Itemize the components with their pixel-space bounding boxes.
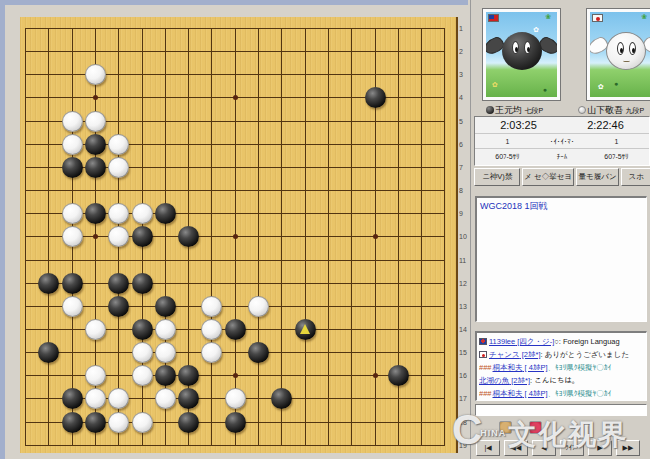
panel-button-2[interactable]: メ セ◇挙セヨ: [522, 168, 573, 186]
nav-button-fast-forward[interactable]: ▶▶: [616, 440, 640, 456]
white-stone: [132, 342, 153, 363]
white-stone: [201, 296, 222, 317]
clock-mid-label2: ﾁｰﾑ: [540, 153, 584, 160]
white-stone: [108, 226, 129, 247]
chat-user-rank[interactable]: [ 4ｶﾎP]: [523, 363, 548, 372]
chat-line: 北湖の魚 [2ｶﾎ*]: こんにちは。: [479, 374, 644, 387]
bush-icon: ●: [543, 86, 547, 93]
avatar-scene: ❀ ✿ ✿ ●: [486, 12, 557, 97]
nav-button-first[interactable]: |◀: [476, 440, 500, 456]
black-stone: [132, 319, 153, 340]
black-stone: [155, 203, 176, 224]
grid-line-v: [48, 28, 49, 446]
chat-line: チャンス [2ｶﾎ*]: ありがとうございました: [479, 348, 644, 361]
clock-mid-label: ･ｲ･ｲ･ﾏ･: [540, 138, 584, 145]
grid-line-v: [328, 28, 329, 446]
taiwan-flag-icon: [488, 14, 499, 22]
flower-icon: ✿: [492, 81, 498, 89]
black-stone: [132, 273, 153, 294]
chat-user-rank[interactable]: [ 4ｶﾎP]: [523, 389, 548, 398]
black-stone: [271, 388, 292, 409]
last-move-triangle-marker: [300, 324, 310, 334]
chat-user-link[interactable]: 桐本和夫: [493, 363, 523, 372]
nav-button-fast-back[interactable]: ◀◀: [504, 440, 528, 456]
black-stone: [38, 273, 59, 294]
clock-panel: 2:03:25 2:22:46 1 ･ｲ･ｲ･ﾏ･ 1 60ﾌ-5ｻﾘ ﾁｰﾑ …: [474, 116, 650, 166]
chat-log[interactable]: 1139lee [四ク・ジ-]○: Foreign Languagチャンス [2…: [475, 331, 647, 401]
grid-line-v: [351, 28, 352, 446]
grid-line-h: [25, 352, 445, 353]
star-point: [233, 373, 238, 378]
panel-button-4[interactable]: スホ: [621, 168, 650, 186]
black-character: [502, 32, 542, 70]
white-stone: [108, 203, 129, 224]
white-stone: [132, 412, 153, 433]
go-client-window: 12345678910111213141516171819 ❀ ✿ ✿ ●: [0, 0, 650, 459]
star-point: [233, 95, 238, 100]
chat-user-rank[interactable]: [四ク・ジ-]: [515, 337, 554, 346]
chat-message-text: ○: Foreign Languag: [554, 337, 619, 346]
flag-icon-kr: [479, 338, 487, 345]
chat-prefix: ###: [479, 389, 492, 398]
board-region: 12345678910111213141516171819: [0, 0, 470, 459]
move-navigation-bar: |◀◀◀◀ﾗｲﾌﾞ▶▶▶: [471, 440, 650, 456]
black-stone: [85, 203, 106, 224]
eye: [629, 42, 636, 55]
black-stone: [38, 342, 59, 363]
star-point: [93, 234, 98, 239]
black-stone-icon: [486, 106, 494, 114]
clover-icon: ❀: [545, 13, 551, 21]
go-board[interactable]: [20, 17, 458, 453]
white-stone: [108, 157, 129, 178]
black-stone: [225, 412, 246, 433]
chat-user-link[interactable]: 北湖の魚: [479, 376, 509, 385]
black-stone: [295, 319, 316, 340]
emoticon-button[interactable]: [499, 421, 512, 434]
white-stone: [155, 388, 176, 409]
eye: [524, 41, 531, 54]
white-stone-icon: [578, 106, 586, 114]
chat-user-link[interactable]: 1139lee: [489, 337, 515, 346]
avatar-scene: ❀ ✿ ✿ ●: [590, 12, 650, 97]
white-stone: [62, 296, 83, 317]
game-info-listbox[interactable]: WGC2018 1回戦: [475, 196, 647, 322]
star-point: [233, 234, 238, 239]
grid-line-v: [421, 28, 422, 446]
window-edge-top: [0, 0, 468, 5]
black-player-avatar: ❀ ✿ ✿ ●: [482, 8, 561, 101]
black-stone: [365, 87, 386, 108]
chat-message-text: : ありがとうございました: [541, 350, 630, 359]
black-stone: [85, 157, 106, 178]
chat-line: ###桐本和夫 [ 4ｶﾎP]、ｷﾖﾘ県ｸ模擬ﾔ〇ｶｲ: [479, 387, 644, 400]
game-title: WGC2018 1回戦: [480, 200, 643, 213]
star-point: [373, 373, 378, 378]
black-stone: [108, 273, 129, 294]
black-stone: [85, 134, 106, 155]
nav-button-live[interactable]: ﾗｲﾌﾞ: [560, 440, 584, 456]
black-stone: [178, 412, 199, 433]
chat-user-rank[interactable]: [2ｶﾎ*]: [509, 376, 530, 385]
white-player-avatar: ❀ ✿ ✿ ●: [586, 8, 650, 101]
white-stone: [62, 134, 83, 155]
side-panel: ❀ ✿ ✿ ● ❀ ✿ ✿ ●: [470, 0, 650, 459]
white-stone: [201, 319, 222, 340]
chat-toolbar: [473, 419, 649, 438]
flag-icon-jp: [479, 351, 487, 358]
chat-input[interactable]: [475, 404, 647, 416]
chat-prefix: ###: [479, 363, 492, 372]
white-character: [606, 32, 646, 70]
black-stone: [225, 319, 246, 340]
white-stone: [108, 388, 129, 409]
white-stone: [85, 365, 106, 386]
white-stone: [62, 111, 83, 132]
grid-line-v: [25, 28, 26, 446]
black-stone: [62, 388, 83, 409]
black-stone: [62, 273, 83, 294]
white-stone: [62, 203, 83, 224]
white-stone: [108, 134, 129, 155]
white-stone: [155, 342, 176, 363]
black-stone: [62, 412, 83, 433]
white-byoyomi: 60ﾌ-5ｻﾘ: [584, 153, 649, 160]
grid-line-v: [281, 28, 282, 446]
white-periods: 1: [584, 138, 649, 145]
white-stone: [85, 111, 106, 132]
black-stone: [178, 226, 199, 247]
white-clock: 2:22:46: [562, 119, 649, 131]
eye: [512, 41, 519, 54]
grid-line-v: [305, 28, 306, 446]
white-stone: [201, 342, 222, 363]
black-stone: [62, 157, 83, 178]
clover-icon: ❀: [641, 13, 647, 21]
grid-line-h: [25, 283, 445, 284]
white-stone: [85, 388, 106, 409]
grid-line-v: [211, 28, 212, 446]
flower-icon: ✿: [598, 83, 604, 91]
grid-line-h: [25, 445, 445, 446]
nav-button-forward[interactable]: ▶: [588, 440, 612, 456]
chat-message-text: : こんにちは。: [530, 376, 579, 385]
black-periods: 1: [475, 138, 540, 145]
panel-button-3[interactable]: 量モ履バン: [576, 168, 619, 186]
white-stone: [132, 203, 153, 224]
black-clock: 2:03:25: [475, 119, 562, 131]
white-stone: [85, 64, 106, 85]
chat-line: 1139lee [四ク・ジ-]○: Foreign Languag: [479, 335, 644, 348]
chat-message-text: 、ｷﾖﾘ県ｸ模擬ﾔ〇ｶｲ: [548, 363, 612, 372]
panel-button-1[interactable]: ニ神V)禁: [474, 168, 520, 186]
black-stone: [178, 388, 199, 409]
white-stone: [225, 388, 246, 409]
white-stone: [132, 365, 153, 386]
black-stone: [248, 342, 269, 363]
white-stone: [155, 319, 176, 340]
black-stone: [178, 365, 199, 386]
window-edge-left: [0, 0, 5, 459]
stamp-button[interactable]: [529, 421, 542, 434]
grid-line-v: [444, 28, 445, 446]
grid-line-v: [258, 28, 259, 446]
chat-user-link[interactable]: チャンス: [489, 350, 520, 359]
black-stone: [132, 226, 153, 247]
chat-user-link[interactable]: 桐本和夫: [493, 389, 523, 398]
nav-button-back[interactable]: ◀: [532, 440, 556, 456]
grid-line-h: [25, 306, 445, 307]
japan-flag-icon: [592, 14, 603, 22]
chat-user-rank[interactable]: [2ｶﾎ*]: [520, 350, 541, 359]
white-stone: [248, 296, 269, 317]
chat-message-text: 、ｷﾖﾘ県ｸ模擬ﾔ〇ｶｲ: [548, 389, 612, 398]
grid-line-h: [25, 260, 445, 261]
eye: [617, 42, 624, 55]
star-point: [93, 95, 98, 100]
black-stone: [155, 365, 176, 386]
star-point: [373, 234, 378, 239]
white-stone: [85, 319, 106, 340]
chat-line: ###桐本和夫 [ 4ｶﾎP]、ｷﾖﾘ県ｸ模擬ﾔ〇ｶｲ: [479, 361, 644, 374]
bush-icon: ●: [614, 80, 618, 87]
flower-icon: ✿: [533, 26, 539, 34]
black-byoyomi: 60ﾌ-5ｻﾘ: [475, 153, 540, 160]
panel-button-row: ニ神V)禁 メ セ◇挙セヨ 量モ履バン スホ: [474, 168, 650, 186]
black-stone: [108, 296, 129, 317]
black-stone: [388, 365, 409, 386]
white-stone: [62, 226, 83, 247]
black-stone: [85, 412, 106, 433]
white-stone: [108, 412, 129, 433]
black-stone: [155, 296, 176, 317]
mouth: [623, 59, 630, 62]
